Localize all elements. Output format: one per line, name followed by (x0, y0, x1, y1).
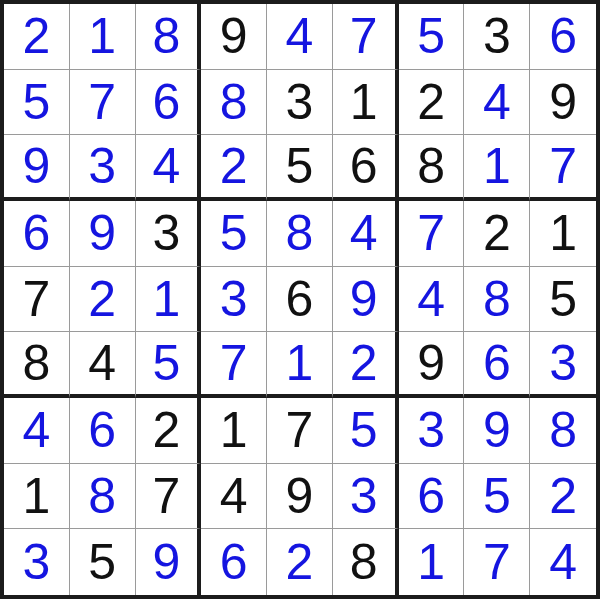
cell-r5c1[interactable]: 7 (4, 267, 70, 333)
cell-r6c4[interactable]: 7 (201, 332, 267, 398)
cell-r4c3[interactable]: 3 (136, 201, 202, 267)
cell-r7c8[interactable]: 9 (464, 398, 530, 464)
cell-r4c6[interactable]: 4 (333, 201, 399, 267)
cell-r8c8[interactable]: 5 (464, 464, 530, 530)
cell-r4c7[interactable]: 7 (399, 201, 465, 267)
cell-r2c2[interactable]: 7 (70, 70, 136, 136)
cell-r8c3[interactable]: 7 (136, 464, 202, 530)
cell-r3c1[interactable]: 9 (4, 135, 70, 201)
cell-r1c1[interactable]: 2 (4, 4, 70, 70)
cell-r5c4[interactable]: 3 (201, 267, 267, 333)
cell-r9c3[interactable]: 9 (136, 529, 202, 595)
cell-r3c2[interactable]: 3 (70, 135, 136, 201)
cell-r9c8[interactable]: 7 (464, 529, 530, 595)
cell-r5c5[interactable]: 6 (267, 267, 333, 333)
cell-r4c4[interactable]: 5 (201, 201, 267, 267)
cell-r2c6[interactable]: 1 (333, 70, 399, 136)
cell-r9c6[interactable]: 8 (333, 529, 399, 595)
cell-r1c2[interactable]: 1 (70, 4, 136, 70)
cell-r5c3[interactable]: 1 (136, 267, 202, 333)
cell-r4c8[interactable]: 2 (464, 201, 530, 267)
cell-r6c5[interactable]: 1 (267, 332, 333, 398)
cell-r1c4[interactable]: 9 (201, 4, 267, 70)
cell-r4c2[interactable]: 9 (70, 201, 136, 267)
cell-r3c5[interactable]: 5 (267, 135, 333, 201)
cell-r3c3[interactable]: 4 (136, 135, 202, 201)
cell-r3c4[interactable]: 2 (201, 135, 267, 201)
cell-r6c9[interactable]: 3 (530, 332, 596, 398)
cell-r6c8[interactable]: 6 (464, 332, 530, 398)
cell-r5c8[interactable]: 8 (464, 267, 530, 333)
cell-r2c7[interactable]: 2 (399, 70, 465, 136)
cell-r8c5[interactable]: 9 (267, 464, 333, 530)
cell-r7c6[interactable]: 5 (333, 398, 399, 464)
cell-r4c9[interactable]: 1 (530, 201, 596, 267)
cell-r6c1[interactable]: 8 (4, 332, 70, 398)
cell-r1c7[interactable]: 5 (399, 4, 465, 70)
cell-r8c6[interactable]: 3 (333, 464, 399, 530)
cell-r6c7[interactable]: 9 (399, 332, 465, 398)
cell-r4c1[interactable]: 6 (4, 201, 70, 267)
cell-r2c5[interactable]: 3 (267, 70, 333, 136)
cell-r6c6[interactable]: 2 (333, 332, 399, 398)
cell-r7c5[interactable]: 7 (267, 398, 333, 464)
cell-r8c9[interactable]: 2 (530, 464, 596, 530)
cell-r1c8[interactable]: 3 (464, 4, 530, 70)
cell-r2c9[interactable]: 9 (530, 70, 596, 136)
cell-r9c5[interactable]: 2 (267, 529, 333, 595)
cell-r7c1[interactable]: 4 (4, 398, 70, 464)
sudoku-board: 2189475365768312499342568176935847217213… (0, 0, 600, 599)
cell-r4c5[interactable]: 8 (267, 201, 333, 267)
cell-r5c2[interactable]: 2 (70, 267, 136, 333)
cell-r5c6[interactable]: 9 (333, 267, 399, 333)
cell-r3c7[interactable]: 8 (399, 135, 465, 201)
cell-r7c4[interactable]: 1 (201, 398, 267, 464)
cell-r2c8[interactable]: 4 (464, 70, 530, 136)
cell-r8c4[interactable]: 4 (201, 464, 267, 530)
cell-r7c9[interactable]: 8 (530, 398, 596, 464)
cell-r1c6[interactable]: 7 (333, 4, 399, 70)
cell-r6c3[interactable]: 5 (136, 332, 202, 398)
cell-r7c7[interactable]: 3 (399, 398, 465, 464)
cell-r9c4[interactable]: 6 (201, 529, 267, 595)
cell-r7c2[interactable]: 6 (70, 398, 136, 464)
cell-r1c5[interactable]: 4 (267, 4, 333, 70)
cell-r1c3[interactable]: 8 (136, 4, 202, 70)
cell-r1c9[interactable]: 6 (530, 4, 596, 70)
cell-r7c3[interactable]: 2 (136, 398, 202, 464)
cell-r9c9[interactable]: 4 (530, 529, 596, 595)
cell-r8c7[interactable]: 6 (399, 464, 465, 530)
cell-r9c1[interactable]: 3 (4, 529, 70, 595)
cell-r3c9[interactable]: 7 (530, 135, 596, 201)
cell-r8c1[interactable]: 1 (4, 464, 70, 530)
cell-r9c2[interactable]: 5 (70, 529, 136, 595)
cell-r2c3[interactable]: 6 (136, 70, 202, 136)
cell-r3c8[interactable]: 1 (464, 135, 530, 201)
cell-r8c2[interactable]: 8 (70, 464, 136, 530)
cell-r2c4[interactable]: 8 (201, 70, 267, 136)
cell-r9c7[interactable]: 1 (399, 529, 465, 595)
cell-r6c2[interactable]: 4 (70, 332, 136, 398)
cell-r3c6[interactable]: 6 (333, 135, 399, 201)
cell-r2c1[interactable]: 5 (4, 70, 70, 136)
cell-r5c7[interactable]: 4 (399, 267, 465, 333)
cell-r5c9[interactable]: 5 (530, 267, 596, 333)
